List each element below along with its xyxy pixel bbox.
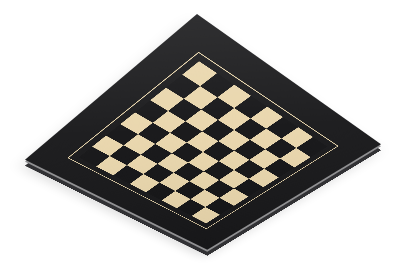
playing-field: [79, 61, 328, 223]
product-photo-background: [0, 0, 400, 267]
board-top-surface: [25, 14, 381, 250]
